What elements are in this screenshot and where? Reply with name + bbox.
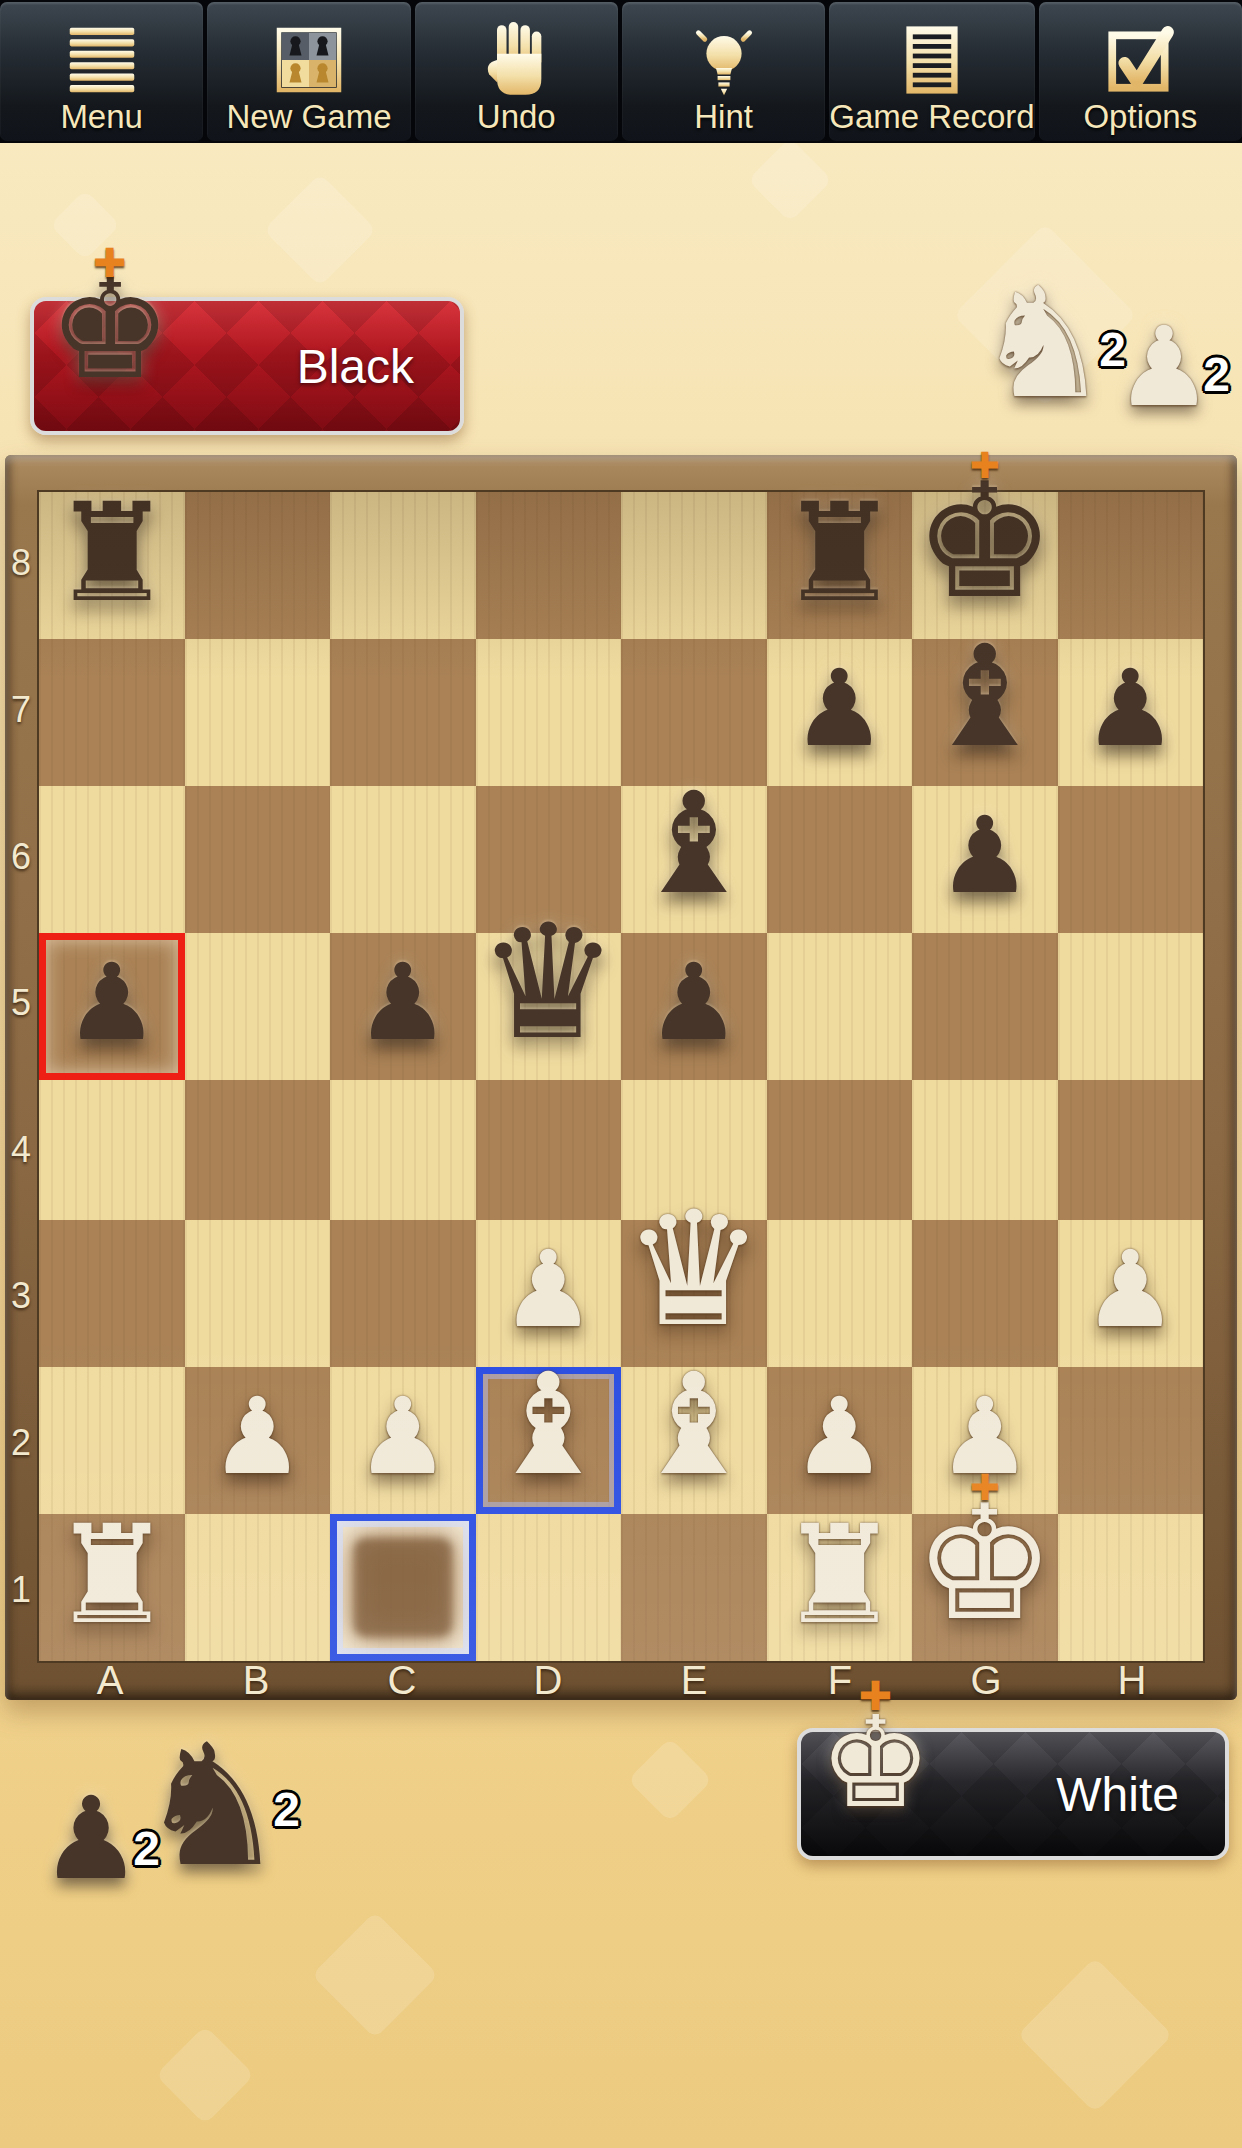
piece-black-pawn-f7[interactable]: ♟ (767, 635, 913, 782)
white-player-label: White (1056, 1767, 1179, 1822)
rank-labels: 87654321 (5, 490, 37, 1663)
piece-white-pawn-b2[interactable]: ♟ (185, 1363, 331, 1510)
square-c3[interactable] (330, 1220, 476, 1367)
piece-white-bishop-e2[interactable]: ♝ (621, 1351, 767, 1498)
square-a5[interactable]: ♟ (39, 933, 185, 1080)
background-diamond (1017, 1957, 1173, 2113)
square-h1[interactable] (1058, 1514, 1204, 1661)
square-b1[interactable] (185, 1514, 331, 1661)
piece-black-rook-f8[interactable]: ♜ (767, 480, 913, 627)
black-player-label: Black (297, 339, 414, 394)
square-f2[interactable]: ♟ (767, 1367, 913, 1514)
document-icon (900, 21, 964, 99)
menu-label: Menu (60, 99, 143, 135)
file-label-e: E (621, 1660, 767, 1700)
piece-black-pawn-g6[interactable]: ♟ (912, 782, 1058, 929)
board: ♜♜♚✚♟♝♟♝♟♟♟♛♟♟♛♟♟♟♝♝♟♟♜♜♚✚ (37, 490, 1205, 1663)
square-g5[interactable] (912, 933, 1058, 1080)
lightbulb-icon (684, 21, 764, 99)
square-b7[interactable] (185, 639, 331, 786)
piece-white-bishop-d2[interactable]: ♝ (476, 1351, 622, 1498)
piece-white-pawn-d3[interactable]: ♟ (476, 1216, 622, 1363)
file-label-c: C (329, 1660, 475, 1700)
square-d4[interactable] (476, 1080, 622, 1220)
piece-black-rook-a8[interactable]: ♜ (39, 480, 185, 627)
piece-black-pawn-h7[interactable]: ♟ (1058, 635, 1204, 782)
square-e8[interactable] (621, 492, 767, 639)
square-g1[interactable]: ♚✚ (912, 1514, 1058, 1661)
square-h4[interactable] (1058, 1080, 1204, 1220)
toolbar: Menu New Game (0, 0, 1242, 143)
square-f1[interactable]: ♜ (767, 1514, 913, 1661)
piece-black-king-g8[interactable]: ♚✚ (912, 468, 1058, 615)
king-cross-icon: ✚ (970, 1468, 1000, 1508)
captured-black-knight-count: 2 (273, 1726, 300, 1894)
new-game-board-icon (273, 21, 345, 99)
new-game-button[interactable]: New Game (207, 2, 410, 141)
square-c6[interactable] (330, 786, 476, 933)
square-f3[interactable] (767, 1220, 913, 1367)
piece-white-king-g1[interactable]: ♚✚ (912, 1490, 1058, 1637)
captured-black-knight: ♞ 2 (128, 1722, 296, 1890)
game-record-label: Game Record (829, 99, 1034, 135)
square-b8[interactable] (185, 492, 331, 639)
file-labels: ABCDEFGH (37, 1660, 1205, 1700)
hand-icon (481, 21, 551, 99)
square-f4[interactable] (767, 1080, 913, 1220)
background-diamond (628, 1738, 713, 1823)
file-label-d: D (475, 1660, 621, 1700)
square-a8[interactable]: ♜ (39, 492, 185, 639)
square-e5[interactable]: ♟ (621, 933, 767, 1080)
captured-white-pawn-count: 2 (1203, 320, 1230, 430)
black-king-icon: ♚✚ (48, 255, 172, 405)
square-f7[interactable]: ♟ (767, 639, 913, 786)
square-h6[interactable] (1058, 786, 1204, 933)
game-record-button[interactable]: Game Record (829, 2, 1034, 141)
white-player-badge: ♚✚ White (797, 1728, 1229, 1860)
captured-white-knight: ♞ 2 (968, 268, 1118, 420)
square-e6[interactable]: ♝ (621, 786, 767, 933)
hint-button[interactable]: Hint (622, 2, 825, 141)
file-label-a: A (37, 1660, 183, 1700)
square-e2[interactable]: ♝ (621, 1367, 767, 1514)
rank-label-3: 3 (5, 1223, 37, 1370)
square-b5[interactable] (185, 933, 331, 1080)
options-button[interactable]: Options (1039, 2, 1242, 141)
square-h7[interactable]: ♟ (1058, 639, 1204, 786)
square-c1[interactable] (330, 1514, 476, 1661)
chess-app-screen: Menu New Game (0, 0, 1242, 2148)
square-g6[interactable]: ♟ (912, 786, 1058, 933)
square-c2[interactable]: ♟ (330, 1367, 476, 1514)
captured-white-pawn: ♟ 2 (1108, 312, 1220, 422)
menu-icon (59, 21, 145, 99)
square-d2[interactable]: ♝ (476, 1367, 622, 1514)
background-diamond (263, 173, 376, 286)
file-label-f: F (767, 1660, 913, 1700)
rank-label-5: 5 (5, 930, 37, 1077)
undo-button[interactable]: Undo (415, 2, 618, 141)
background-diamond (748, 138, 833, 223)
square-d7[interactable] (476, 639, 622, 786)
new-game-label: New Game (226, 99, 391, 135)
square-b6[interactable] (185, 786, 331, 933)
piece-white-rook-f1[interactable]: ♜ (767, 1502, 913, 1649)
black-player-badge: ♚✚ Black (30, 297, 464, 435)
file-label-b: B (183, 1660, 329, 1700)
piece-white-pawn-h3[interactable]: ♟ (1058, 1216, 1204, 1363)
square-g4[interactable] (912, 1080, 1058, 1220)
square-d8[interactable] (476, 492, 622, 639)
square-f8[interactable]: ♜ (767, 492, 913, 639)
menu-button[interactable]: Menu (0, 2, 203, 141)
rank-label-2: 2 (5, 1370, 37, 1517)
square-c4[interactable] (330, 1080, 476, 1220)
square-g3[interactable] (912, 1220, 1058, 1367)
piece-white-rook-a1[interactable]: ♜ (39, 1502, 185, 1649)
square-f6[interactable] (767, 786, 913, 933)
rank-label-7: 7 (5, 637, 37, 784)
square-d5[interactable]: ♛ (476, 933, 622, 1080)
background-diamond (156, 2026, 255, 2125)
square-b3[interactable] (185, 1220, 331, 1367)
piece-black-bishop-g7[interactable]: ♝ (912, 623, 1058, 770)
piece-black-queen-d5[interactable]: ♛ (476, 909, 622, 1056)
square-c8[interactable] (330, 492, 476, 639)
options-label: Options (1083, 99, 1197, 135)
rank-label-4: 4 (5, 1077, 37, 1224)
square-a1[interactable]: ♜ (39, 1514, 185, 1661)
file-label-g: G (913, 1660, 1059, 1700)
square-h8[interactable] (1058, 492, 1204, 639)
square-b2[interactable]: ♟ (185, 1367, 331, 1514)
square-e1[interactable] (621, 1514, 767, 1661)
piece-black-pawn-e5[interactable]: ♟ (621, 929, 767, 1076)
piece-white-pawn-f2[interactable]: ♟ (767, 1363, 913, 1510)
square-d1[interactable] (476, 1514, 622, 1661)
checkbox-icon (1103, 21, 1177, 99)
white-king-icon: ♚✚ (819, 1688, 932, 1838)
piece-white-pawn-c2[interactable]: ♟ (330, 1363, 476, 1510)
piece-black-bishop-e6[interactable]: ♝ (621, 770, 767, 917)
undo-label: Undo (477, 99, 556, 135)
square-a2[interactable] (39, 1367, 185, 1514)
square-g7[interactable]: ♝ (912, 639, 1058, 786)
hint-label: Hint (694, 99, 753, 135)
square-f5[interactable] (767, 933, 913, 1080)
rank-label-6: 6 (5, 783, 37, 930)
square-a7[interactable] (39, 639, 185, 786)
rank-label-1: 1 (5, 1516, 37, 1663)
rank-label-8: 8 (5, 490, 37, 637)
square-a4[interactable] (39, 1080, 185, 1220)
square-a3[interactable] (39, 1220, 185, 1367)
king-cross-icon: ✚ (970, 446, 1000, 486)
king-cross-icon: ✚ (93, 243, 127, 283)
piece-white-queen-e3[interactable]: ♛ (621, 1196, 767, 1343)
square-h5[interactable] (1058, 933, 1204, 1080)
piece-black-pawn-c5[interactable]: ♟ (330, 929, 476, 1076)
square-c7[interactable] (330, 639, 476, 786)
square-c5[interactable]: ♟ (330, 933, 476, 1080)
square-h2[interactable] (1058, 1367, 1204, 1514)
piece-black-pawn-a5[interactable]: ♟ (39, 929, 185, 1076)
square-a6[interactable] (39, 786, 185, 933)
file-label-h: H (1059, 1660, 1205, 1700)
square-h3[interactable]: ♟ (1058, 1220, 1204, 1367)
square-b4[interactable] (185, 1080, 331, 1220)
background-diamond (311, 1911, 438, 2038)
